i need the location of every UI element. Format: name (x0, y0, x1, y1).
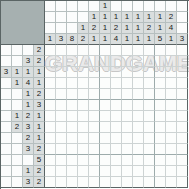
grid-cell-r5-c13[interactable] (177, 89, 188, 100)
column-clue-cell-c9-r1 (133, 1, 144, 12)
column-clue-cell-c6-r3: 1 (100, 23, 111, 34)
row-clue-cell-r11-c3 (23, 155, 34, 166)
grid-cell-r12-c12[interactable] (166, 166, 177, 177)
grid-cell-r13-c11[interactable] (155, 177, 166, 188)
row-clue-cell-r2-c4: 2 (34, 56, 45, 67)
grid-cell-r5-c11[interactable] (155, 89, 166, 100)
row-clue-cell-r5-c3: 1 (23, 89, 34, 100)
row-clue-cell-r7-c4: 1 (34, 111, 45, 122)
grid-cell-r7-c13[interactable] (177, 111, 188, 122)
grid-cell-r9-c2[interactable] (56, 133, 67, 144)
grid-cell-r9-c8[interactable] (122, 133, 133, 144)
grid-cell-r7-c3[interactable] (67, 111, 78, 122)
grid-cell-r4-c4[interactable] (78, 78, 89, 89)
corner-block (1, 1, 45, 45)
grid-cell-r7-c12[interactable] (166, 111, 177, 122)
grid-cell-r8-c9[interactable] (133, 122, 144, 133)
column-clue-cell-c4-r1 (78, 1, 89, 12)
row-clue-cell-r10-c2 (12, 144, 23, 155)
column-clue-cell-c6-r1: 1 (100, 1, 111, 12)
grid-cell-r10-c2[interactable] (56, 144, 67, 155)
column-clue-cell-c11-r2: 1 (155, 12, 166, 23)
grid-cell-r4-c11[interactable] (155, 78, 166, 89)
row-clue-cell-r12-c2 (12, 166, 23, 177)
column-clue-cell-c2-r4: 3 (56, 34, 67, 45)
column-clue-cell-c12-r1 (166, 1, 177, 12)
column-clue-cell-c7-r1 (111, 1, 122, 12)
grid-cell-r4-c1[interactable] (45, 78, 56, 89)
grid-cell-r9-c1[interactable] (45, 133, 56, 144)
grid-cell-r4-c2[interactable] (56, 78, 67, 89)
row-clue-cell-r8-c1 (1, 122, 12, 133)
grid-cell-r11-c7[interactable] (111, 155, 122, 166)
grid-cell-r8-c8[interactable] (122, 122, 133, 133)
row-clue-cell-r13-c1 (1, 177, 12, 188)
grid-cell-r9-c9[interactable] (133, 133, 144, 144)
column-clue-cell-c13-r3 (177, 23, 188, 34)
grid-cell-r1-c3[interactable] (67, 45, 78, 56)
row-clue-cell-r6-c4: 3 (34, 100, 45, 111)
grid-cell-r2-c3[interactable] (67, 56, 78, 67)
grid-cell-r12-c5[interactable] (89, 166, 100, 177)
row-clue-cell-r5-c2 (12, 89, 23, 100)
grid-cell-r11-c9[interactable] (133, 155, 144, 166)
grid-cell-r1-c13[interactable] (177, 45, 188, 56)
grid-cell-r12-c1[interactable] (45, 166, 56, 177)
grid-cell-r7-c11[interactable] (155, 111, 166, 122)
grid-cell-r6-c10[interactable] (144, 100, 155, 111)
column-clue-cell-c5-r4: 1 (89, 34, 100, 45)
grid-cell-r13-c6[interactable] (100, 177, 111, 188)
column-clue-cell-c3-r4: 8 (67, 34, 78, 45)
column-clue-cell-c1-r3 (45, 23, 56, 34)
column-clue-cell-c12-r3: 4 (166, 23, 177, 34)
grid-cell-r3-c3[interactable] (67, 67, 78, 78)
puzzle-grid: GRANDGAMES (45, 45, 188, 188)
grid-cell-r1-c5[interactable] (89, 45, 100, 56)
grid-cell-r12-c6[interactable] (100, 166, 111, 177)
grid-cell-r6-c2[interactable] (56, 100, 67, 111)
grid-cell-r1-c1[interactable] (45, 45, 56, 56)
grid-cell-r5-c1[interactable] (45, 89, 56, 100)
grid-cell-r5-c6[interactable] (100, 89, 111, 100)
grid-cell-r1-c7[interactable] (111, 45, 122, 56)
column-clue-cell-c11-r3: 1 (155, 23, 166, 34)
grid-cell-r8-c13[interactable] (177, 122, 188, 133)
row-clue-cell-r9-c2 (12, 133, 23, 144)
grid-cell-r3-c11[interactable] (155, 67, 166, 78)
grid-cell-r3-c13[interactable] (177, 67, 188, 78)
grid-cell-r6-c7[interactable] (111, 100, 122, 111)
grid-cell-r13-c2[interactable] (56, 177, 67, 188)
grid-cell-r7-c10[interactable] (144, 111, 155, 122)
row-clue-cell-r5-c1 (1, 89, 12, 100)
grid-cell-r13-c9[interactable] (133, 177, 144, 188)
grid-cell-r13-c13[interactable] (177, 177, 188, 188)
grid-cell-r9-c3[interactable] (67, 133, 78, 144)
grid-cell-r11-c13[interactable] (177, 155, 188, 166)
grid-cell-r2-c10[interactable] (144, 56, 155, 67)
grid-cell-r4-c9[interactable] (133, 78, 144, 89)
grid-cell-r2-c4[interactable] (78, 56, 89, 67)
grid-cell-r1-c10[interactable] (144, 45, 155, 56)
grid-cell-r9-c7[interactable] (111, 133, 122, 144)
grid-cell-r1-c9[interactable] (133, 45, 144, 56)
grid-cell-r10-c10[interactable] (144, 144, 155, 155)
column-clue-cell-c9-r4: 1 (133, 34, 144, 45)
nonogram-board: 1111111121212112141382114111513 23231111… (0, 0, 189, 189)
row-clue-cell-r7-c2: 1 (12, 111, 23, 122)
row-clue-cell-r13-c3: 3 (23, 177, 34, 188)
column-clue-cell-c10-r2: 1 (144, 12, 155, 23)
grid-cell-r8-c2[interactable] (56, 122, 67, 133)
row-clue-cell-r8-c4: 1 (34, 122, 45, 133)
grid-cell-r8-c1[interactable] (45, 122, 56, 133)
grid-cell-r7-c1[interactable] (45, 111, 56, 122)
column-clue-cell-c5-r1 (89, 1, 100, 12)
row-clue-cell-r5-c4: 2 (34, 89, 45, 100)
grid-cell-r11-c4[interactable] (78, 155, 89, 166)
grid-cell-r2-c7[interactable] (111, 56, 122, 67)
grid-cell-r4-c6[interactable] (100, 78, 111, 89)
grid-cell-r1-c6[interactable] (100, 45, 111, 56)
grid-cell-r10-c5[interactable] (89, 144, 100, 155)
grid-cell-r8-c12[interactable] (166, 122, 177, 133)
column-clue-cell-c13-r1 (177, 1, 188, 12)
grid-cell-r10-c11[interactable] (155, 144, 166, 155)
row-clue-cell-r1-c1 (1, 45, 12, 56)
grid-cell-r9-c4[interactable] (78, 133, 89, 144)
grid-cell-r13-c1[interactable] (45, 177, 56, 188)
column-clue-cell-c3-r3 (67, 23, 78, 34)
grid-cell-r11-c1[interactable] (45, 155, 56, 166)
row-clue-cell-r9-c4: 1 (34, 133, 45, 144)
row-clue-cell-r1-c4: 2 (34, 45, 45, 56)
column-clue-cell-c6-r2: 1 (100, 12, 111, 23)
row-clue-cell-r1-c3 (23, 45, 34, 56)
row-clue-cell-r13-c4: 2 (34, 177, 45, 188)
row-clue-cell-r10-c3: 3 (23, 144, 34, 155)
grid-cell-r9-c10[interactable] (144, 133, 155, 144)
grid-cell-r11-c12[interactable] (166, 155, 177, 166)
grid-cell-r7-c9[interactable] (133, 111, 144, 122)
row-clue-cell-r2-c1 (1, 56, 12, 67)
grid-cell-r5-c3[interactable] (67, 89, 78, 100)
grid-cell-r10-c6[interactable] (100, 144, 111, 155)
grid-cell-r9-c11[interactable] (155, 133, 166, 144)
row-clue-cell-r8-c3: 3 (23, 122, 34, 133)
grid-cell-r4-c3[interactable] (67, 78, 78, 89)
row-clue-cell-r11-c4: 5 (34, 155, 45, 166)
grid-cell-r1-c11[interactable] (155, 45, 166, 56)
grid-cell-r10-c1[interactable] (45, 144, 56, 155)
column-clue-cell-c4-r3: 1 (78, 23, 89, 34)
grid-cell-r3-c7[interactable] (111, 67, 122, 78)
grid-cell-r6-c6[interactable] (100, 100, 111, 111)
row-clues: 23231111411213121231213251232 (1, 45, 45, 188)
row-clue-cell-r4-c4: 1 (34, 78, 45, 89)
row-clue-cell-r6-c2 (12, 100, 23, 111)
row-clue-cell-r4-c3: 4 (23, 78, 34, 89)
grid-cell-r8-c5[interactable] (89, 122, 100, 133)
column-clue-cell-c1-r2 (45, 12, 56, 23)
row-clue-cell-r10-c1 (1, 144, 12, 155)
column-clue-cell-c9-r2: 1 (133, 12, 144, 23)
grid-cell-r10-c12[interactable] (166, 144, 177, 155)
grid-cell-r2-c13[interactable] (177, 56, 188, 67)
grid-cell-r5-c5[interactable] (89, 89, 100, 100)
column-clue-cell-c2-r1 (56, 1, 67, 12)
grid-cell-r10-c8[interactable] (122, 144, 133, 155)
grid-cell-r5-c4[interactable] (78, 89, 89, 100)
grid-cell-r3-c8[interactable] (122, 67, 133, 78)
grid-cell-r5-c9[interactable] (133, 89, 144, 100)
grid-cell-r7-c6[interactable] (100, 111, 111, 122)
row-clue-cell-r11-c2 (12, 155, 23, 166)
column-clue-cell-c9-r3: 1 (133, 23, 144, 34)
column-clue-cell-c4-r4: 2 (78, 34, 89, 45)
column-clue-cell-c11-r1 (155, 1, 166, 12)
column-clues: 1111111121212112141382114111513 (45, 1, 188, 45)
grid-cell-r9-c13[interactable] (177, 133, 188, 144)
grid-cell-r6-c11[interactable] (155, 100, 166, 111)
row-clue-cell-r13-c2 (12, 177, 23, 188)
grid-cell-r1-c4[interactable] (78, 45, 89, 56)
grid-cell-r6-c13[interactable] (177, 100, 188, 111)
grid-cell-r4-c7[interactable] (111, 78, 122, 89)
grid-cell-r11-c8[interactable] (122, 155, 133, 166)
column-clue-cell-c3-r2 (67, 12, 78, 23)
row-clue-cell-r3-c4: 1 (34, 67, 45, 78)
grid-cell-r8-c10[interactable] (144, 122, 155, 133)
grid-cell-r10-c7[interactable] (111, 144, 122, 155)
column-clue-cell-c7-r4: 4 (111, 34, 122, 45)
row-clue-cell-r3-c3: 1 (23, 67, 34, 78)
column-clue-cell-c11-r4: 5 (155, 34, 166, 45)
column-clue-cell-c12-r2: 2 (166, 12, 177, 23)
column-clue-cell-c6-r4: 1 (100, 34, 111, 45)
grid-cell-r9-c6[interactable] (100, 133, 111, 144)
grid-cell-r12-c2[interactable] (56, 166, 67, 177)
column-clue-cell-c12-r4: 1 (166, 34, 177, 45)
grid-cell-r9-c5[interactable] (89, 133, 100, 144)
grid-cell-r6-c5[interactable] (89, 100, 100, 111)
grid-cell-r8-c11[interactable] (155, 122, 166, 133)
column-clue-cell-c10-r3: 2 (144, 23, 155, 34)
column-clue-cell-c7-r2: 1 (111, 12, 122, 23)
row-clue-cell-r7-c3: 2 (23, 111, 34, 122)
grid-cell-r7-c5[interactable] (89, 111, 100, 122)
grid-cell-r10-c13[interactable] (177, 144, 188, 155)
grid-cell-r3-c2[interactable] (56, 67, 67, 78)
row-clue-cell-r12-c1 (1, 166, 12, 177)
grid-cell-r3-c10[interactable] (144, 67, 155, 78)
grid-cell-r6-c8[interactable] (122, 100, 133, 111)
column-clue-cell-c5-r3: 2 (89, 23, 100, 34)
grid-cell-r2-c12[interactable] (166, 56, 177, 67)
row-clue-cell-r2-c2 (12, 56, 23, 67)
grid-cell-r12-c8[interactable] (122, 166, 133, 177)
grid-cell-r2-c6[interactable] (100, 56, 111, 67)
grid-cell-r10-c4[interactable] (78, 144, 89, 155)
grid-cell-r2-c8[interactable] (122, 56, 133, 67)
grid-cell-r10-c9[interactable] (133, 144, 144, 155)
grid-cell-r7-c4[interactable] (78, 111, 89, 122)
grid-cell-r12-c7[interactable] (111, 166, 122, 177)
grid-cell-r8-c4[interactable] (78, 122, 89, 133)
grid-cell-r1-c2[interactable] (56, 45, 67, 56)
column-clue-cell-c5-r2: 1 (89, 12, 100, 23)
grid-cell-r6-c1[interactable] (45, 100, 56, 111)
grid-cell-r9-c12[interactable] (166, 133, 177, 144)
grid-cell-r4-c12[interactable] (166, 78, 177, 89)
grid-cell-r4-c5[interactable] (89, 78, 100, 89)
row-clue-cell-r9-c1 (1, 133, 12, 144)
grid-cell-r11-c5[interactable] (89, 155, 100, 166)
row-clue-cell-r10-c4: 2 (34, 144, 45, 155)
column-clue-cell-c7-r3: 2 (111, 23, 122, 34)
column-clue-cell-c8-r3: 1 (122, 23, 133, 34)
grid-cell-r11-c6[interactable] (100, 155, 111, 166)
column-clue-cell-c10-r1 (144, 1, 155, 12)
grid-cell-r12-c13[interactable] (177, 166, 188, 177)
grid-cell-r7-c2[interactable] (56, 111, 67, 122)
grid-cell-r2-c1[interactable] (45, 56, 56, 67)
grid-cell-r2-c5[interactable] (89, 56, 100, 67)
grid-cell-r13-c12[interactable] (166, 177, 177, 188)
grid-cell-r11-c11[interactable] (155, 155, 166, 166)
grid-cell-r3-c12[interactable] (166, 67, 177, 78)
row-clue-cell-r12-c4: 2 (34, 166, 45, 177)
grid-cell-r8-c7[interactable] (111, 122, 122, 133)
column-clue-cell-c2-r3 (56, 23, 67, 34)
column-clue-cell-c3-r1 (67, 1, 78, 12)
grid-cell-r13-c3[interactable] (67, 177, 78, 188)
grid-cell-r3-c4[interactable] (78, 67, 89, 78)
row-clue-cell-r12-c3: 1 (23, 166, 34, 177)
column-clue-cell-c1-r1 (45, 1, 56, 12)
column-clue-cell-c10-r4: 1 (144, 34, 155, 45)
grid-cell-r4-c8[interactable] (122, 78, 133, 89)
grid-cell-r1-c8[interactable] (122, 45, 133, 56)
row-clue-cell-r7-c1 (1, 111, 12, 122)
grid-cell-r12-c9[interactable] (133, 166, 144, 177)
grid-cell-r3-c6[interactable] (100, 67, 111, 78)
column-clue-cell-c13-r2 (177, 12, 188, 23)
grid-cell-r8-c6[interactable] (100, 122, 111, 133)
grid-cell-r7-c8[interactable] (122, 111, 133, 122)
grid-cell-r2-c9[interactable] (133, 56, 144, 67)
column-clue-cell-c8-r1 (122, 1, 133, 12)
grid-cell-r13-c8[interactable] (122, 177, 133, 188)
row-clue-cell-r3-c1: 3 (1, 67, 12, 78)
grid-cell-r12-c10[interactable] (144, 166, 155, 177)
row-clue-cell-r3-c2: 1 (12, 67, 23, 78)
row-clue-cell-r2-c3: 3 (23, 56, 34, 67)
column-clue-cell-c8-r4: 1 (122, 34, 133, 45)
grid-cell-r7-c7[interactable] (111, 111, 122, 122)
row-clue-cell-r8-c2: 2 (12, 122, 23, 133)
grid-cell-r1-c12[interactable] (166, 45, 177, 56)
grid-cell-r10-c3[interactable] (67, 144, 78, 155)
grid-cell-r3-c1[interactable] (45, 67, 56, 78)
column-clue-cell-c4-r2 (78, 12, 89, 23)
row-clue-cell-r4-c2: 1 (12, 78, 23, 89)
grid-cell-r4-c13[interactable] (177, 78, 188, 89)
grid-cell-r6-c9[interactable] (133, 100, 144, 111)
column-clue-cell-c8-r2: 1 (122, 12, 133, 23)
grid-cell-r11-c2[interactable] (56, 155, 67, 166)
row-clue-cell-r6-c3: 1 (23, 100, 34, 111)
grid-cell-r13-c4[interactable] (78, 177, 89, 188)
grid-cell-r5-c12[interactable] (166, 89, 177, 100)
grid-cell-r6-c3[interactable] (67, 100, 78, 111)
grid-cell-r12-c4[interactable] (78, 166, 89, 177)
grid-cell-r8-c3[interactable] (67, 122, 78, 133)
column-clue-cell-c2-r2 (56, 12, 67, 23)
row-clue-cell-r6-c1 (1, 100, 12, 111)
grid-cell-r3-c5[interactable] (89, 67, 100, 78)
grid-cell-r11-c10[interactable] (144, 155, 155, 166)
grid-cell-r2-c2[interactable] (56, 56, 67, 67)
grid-cell-r2-c11[interactable] (155, 56, 166, 67)
row-clue-cell-r11-c1 (1, 155, 12, 166)
grid-cell-r6-c12[interactable] (166, 100, 177, 111)
grid-cell-r5-c10[interactable] (144, 89, 155, 100)
grid-cell-r11-c3[interactable] (67, 155, 78, 166)
grid-cell-r13-c10[interactable] (144, 177, 155, 188)
grid-cell-r5-c8[interactable] (122, 89, 133, 100)
row-clue-cell-r1-c2 (12, 45, 23, 56)
column-clue-cell-c13-r4: 3 (177, 34, 188, 45)
grid-cell-r13-c5[interactable] (89, 177, 100, 188)
grid-cell-r12-c3[interactable] (67, 166, 78, 177)
grid-cell-r13-c7[interactable] (111, 177, 122, 188)
row-clue-cell-r9-c3: 2 (23, 133, 34, 144)
grid-cell-r6-c4[interactable] (78, 100, 89, 111)
grid-cell-r3-c9[interactable] (133, 67, 144, 78)
grid-cell-r12-c11[interactable] (155, 166, 166, 177)
grid-cell-r4-c10[interactable] (144, 78, 155, 89)
grid-cell-r5-c7[interactable] (111, 89, 122, 100)
grid-cell-r5-c2[interactable] (56, 89, 67, 100)
row-clue-cell-r4-c1 (1, 78, 12, 89)
column-clue-cell-c1-r4: 1 (45, 34, 56, 45)
